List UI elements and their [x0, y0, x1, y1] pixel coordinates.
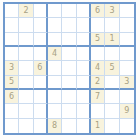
cell-r8c6[interactable] [77, 104, 91, 118]
cell-r4c6[interactable] [77, 47, 91, 61]
cell-r1c2[interactable]: 2 [19, 4, 33, 18]
cell-r2c5[interactable] [62, 18, 76, 32]
cell-r7c2[interactable] [19, 90, 33, 104]
cell-r5c2[interactable] [19, 61, 33, 75]
cell-r9c1[interactable] [5, 119, 19, 133]
cell-r4c7[interactable] [91, 47, 105, 61]
cell-r6c2[interactable] [19, 76, 33, 90]
cell-r7c4[interactable] [48, 90, 62, 104]
cell-r9c7[interactable]: 1 [91, 119, 105, 133]
cell-r1c6[interactable] [77, 4, 91, 18]
cell-r2c3[interactable] [34, 18, 48, 32]
cell-r9c9[interactable] [120, 119, 134, 133]
cell-r9c2[interactable] [19, 119, 33, 133]
cell-r6c3[interactable] [34, 76, 48, 90]
cell-r3c8[interactable]: 1 [105, 33, 119, 47]
cell-r7c1[interactable]: 6 [5, 90, 19, 104]
cell-r5c6[interactable] [77, 61, 91, 75]
cell-r5c7[interactable]: 4 [91, 61, 105, 75]
cell-r6c5[interactable] [62, 76, 76, 90]
cell-r1c4[interactable] [48, 4, 62, 18]
cell-r5c9[interactable] [120, 61, 134, 75]
cell-r5c3[interactable]: 6 [34, 61, 48, 75]
cell-r3c1[interactable] [5, 33, 19, 47]
cell-r2c9[interactable] [120, 18, 134, 32]
cell-r1c3[interactable] [34, 4, 48, 18]
cell-r6c6[interactable] [77, 76, 91, 90]
cell-r9c8[interactable] [105, 119, 119, 133]
cell-r3c5[interactable] [62, 33, 76, 47]
cell-r2c6[interactable] [77, 18, 91, 32]
cell-r4c3[interactable] [34, 47, 48, 61]
cell-r5c5[interactable] [62, 61, 76, 75]
cell-r4c5[interactable] [62, 47, 76, 61]
cell-r2c4[interactable] [48, 18, 62, 32]
cell-r1c5[interactable] [62, 4, 76, 18]
cell-r8c9[interactable]: 9 [120, 104, 134, 118]
cell-r8c5[interactable] [62, 104, 76, 118]
sudoku-grid: 263514364552367981 [5, 4, 134, 133]
cell-r7c5[interactable] [62, 90, 76, 104]
cell-r9c3[interactable] [34, 119, 48, 133]
cell-r5c1[interactable]: 3 [5, 61, 19, 75]
cell-r1c7[interactable]: 6 [91, 4, 105, 18]
cell-r7c7[interactable]: 7 [91, 90, 105, 104]
cell-r3c9[interactable] [120, 33, 134, 47]
cell-r4c4[interactable]: 4 [48, 47, 62, 61]
cell-r8c4[interactable] [48, 104, 62, 118]
cell-r3c4[interactable] [48, 33, 62, 47]
cell-r3c3[interactable] [34, 33, 48, 47]
cell-r8c1[interactable] [5, 104, 19, 118]
cell-r6c1[interactable]: 5 [5, 76, 19, 90]
sudoku-board: 263514364552367981 [3, 2, 136, 135]
cell-r9c4[interactable]: 8 [48, 119, 62, 133]
cell-r7c6[interactable] [77, 90, 91, 104]
cell-r6c4[interactable] [48, 76, 62, 90]
cell-r3c2[interactable] [19, 33, 33, 47]
cell-r4c2[interactable] [19, 47, 33, 61]
cell-r4c1[interactable] [5, 47, 19, 61]
cell-r2c7[interactable] [91, 18, 105, 32]
cell-r6c9[interactable]: 3 [120, 76, 134, 90]
cell-r6c7[interactable]: 2 [91, 76, 105, 90]
cell-r4c9[interactable] [120, 47, 134, 61]
cell-r2c8[interactable] [105, 18, 119, 32]
cell-r9c6[interactable] [77, 119, 91, 133]
cell-r7c8[interactable] [105, 90, 119, 104]
cell-r5c4[interactable] [48, 61, 62, 75]
cell-r8c8[interactable] [105, 104, 119, 118]
cell-r1c9[interactable] [120, 4, 134, 18]
cell-r3c7[interactable]: 5 [91, 33, 105, 47]
cell-r7c9[interactable] [120, 90, 134, 104]
cell-r5c8[interactable]: 5 [105, 61, 119, 75]
cell-r2c2[interactable] [19, 18, 33, 32]
cell-r9c5[interactable] [62, 119, 76, 133]
cell-r1c8[interactable]: 3 [105, 4, 119, 18]
cell-r7c3[interactable] [34, 90, 48, 104]
cell-r8c7[interactable] [91, 104, 105, 118]
cell-r2c1[interactable] [5, 18, 19, 32]
cell-r1c1[interactable] [5, 4, 19, 18]
cell-r6c8[interactable] [105, 76, 119, 90]
cell-r8c2[interactable] [19, 104, 33, 118]
cell-r3c6[interactable] [77, 33, 91, 47]
cell-r4c8[interactable] [105, 47, 119, 61]
cell-r8c3[interactable] [34, 104, 48, 118]
